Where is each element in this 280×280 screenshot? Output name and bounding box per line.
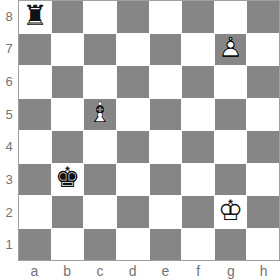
square-e6[interactable] xyxy=(150,66,182,98)
chess-diagram: 87654321 ♜♟♙♝♗♚♚♔ abcdefgh xyxy=(0,0,280,280)
black-rook-piece[interactable]: ♜ xyxy=(19,1,51,33)
square-f5[interactable] xyxy=(182,99,214,131)
square-f6[interactable] xyxy=(182,66,214,98)
square-g8[interactable] xyxy=(215,1,247,33)
square-h1[interactable] xyxy=(247,229,279,261)
rank-label-7: 7 xyxy=(0,33,18,66)
square-b2[interactable] xyxy=(52,196,84,228)
square-e7[interactable] xyxy=(150,34,182,66)
square-a2[interactable] xyxy=(19,196,51,228)
piece-solid-layer: ♜ xyxy=(19,1,51,33)
square-h5[interactable] xyxy=(247,99,279,131)
file-label-g: g xyxy=(215,261,248,280)
square-b5[interactable] xyxy=(52,99,84,131)
square-f3[interactable] xyxy=(182,164,214,196)
square-c7[interactable] xyxy=(84,34,116,66)
square-d3[interactable] xyxy=(117,164,149,196)
square-d7[interactable] xyxy=(117,34,149,66)
square-h3[interactable] xyxy=(247,164,279,196)
square-e3[interactable] xyxy=(150,164,182,196)
square-g3[interactable] xyxy=(215,164,247,196)
chess-board: ♜♟♙♝♗♚♚♔ xyxy=(18,0,280,261)
rank-label-5: 5 xyxy=(0,98,18,131)
rank-labels: 87654321 xyxy=(0,0,18,261)
square-a3[interactable] xyxy=(19,164,51,196)
square-b6[interactable] xyxy=(52,66,84,98)
square-b3[interactable]: ♚ xyxy=(52,164,84,196)
square-e5[interactable] xyxy=(150,99,182,131)
rank-label-4: 4 xyxy=(0,131,18,164)
white-pawn-piece[interactable]: ♟♙ xyxy=(215,34,247,66)
square-c3[interactable] xyxy=(84,164,116,196)
black-king-piece[interactable]: ♚ xyxy=(52,164,84,196)
white-bishop-piece[interactable]: ♝♗ xyxy=(84,99,116,131)
square-g6[interactable] xyxy=(215,66,247,98)
square-f4[interactable] xyxy=(182,131,214,163)
file-label-c: c xyxy=(84,261,117,280)
square-d6[interactable] xyxy=(117,66,149,98)
square-d1[interactable] xyxy=(117,229,149,261)
square-e1[interactable] xyxy=(150,229,182,261)
rank-label-6: 6 xyxy=(0,65,18,98)
square-c8[interactable] xyxy=(84,1,116,33)
square-g5[interactable] xyxy=(215,99,247,131)
square-f1[interactable] xyxy=(182,229,214,261)
square-g1[interactable] xyxy=(215,229,247,261)
file-label-e: e xyxy=(149,261,182,280)
square-f2[interactable] xyxy=(182,196,214,228)
square-c4[interactable] xyxy=(84,131,116,163)
rank-label-8: 8 xyxy=(0,0,18,33)
square-e4[interactable] xyxy=(150,131,182,163)
square-c2[interactable] xyxy=(84,196,116,228)
piece-solid-layer: ♚ xyxy=(52,164,84,196)
square-h8[interactable] xyxy=(247,1,279,33)
file-labels: abcdefgh xyxy=(18,261,280,280)
rank-label-1: 1 xyxy=(0,228,18,261)
square-a5[interactable] xyxy=(19,99,51,131)
square-d5[interactable] xyxy=(117,99,149,131)
square-e8[interactable] xyxy=(150,1,182,33)
file-label-h: h xyxy=(247,261,280,280)
square-g7[interactable]: ♟♙ xyxy=(215,34,247,66)
square-c6[interactable] xyxy=(84,66,116,98)
square-b7[interactable] xyxy=(52,34,84,66)
square-d4[interactable] xyxy=(117,131,149,163)
file-label-b: b xyxy=(51,261,84,280)
square-b8[interactable] xyxy=(52,1,84,33)
file-label-f: f xyxy=(182,261,215,280)
square-a8[interactable]: ♜ xyxy=(19,1,51,33)
file-label-a: a xyxy=(18,261,51,280)
square-d8[interactable] xyxy=(117,1,149,33)
square-f8[interactable] xyxy=(182,1,214,33)
square-c5[interactable]: ♝♗ xyxy=(84,99,116,131)
rank-label-3: 3 xyxy=(0,163,18,196)
piece-outline-layer: ♗ xyxy=(84,99,116,131)
square-b4[interactable] xyxy=(52,131,84,163)
square-d2[interactable] xyxy=(117,196,149,228)
square-e2[interactable] xyxy=(150,196,182,228)
piece-outline-layer: ♙ xyxy=(215,34,247,66)
square-c1[interactable] xyxy=(84,229,116,261)
square-a7[interactable] xyxy=(19,34,51,66)
square-a4[interactable] xyxy=(19,131,51,163)
piece-outline-layer: ♔ xyxy=(215,196,247,228)
rank-label-2: 2 xyxy=(0,196,18,229)
square-h2[interactable] xyxy=(247,196,279,228)
square-g4[interactable] xyxy=(215,131,247,163)
square-h6[interactable] xyxy=(247,66,279,98)
square-a6[interactable] xyxy=(19,66,51,98)
file-label-d: d xyxy=(116,261,149,280)
square-h7[interactable] xyxy=(247,34,279,66)
square-a1[interactable] xyxy=(19,229,51,261)
square-h4[interactable] xyxy=(247,131,279,163)
square-b1[interactable] xyxy=(52,229,84,261)
square-f7[interactable] xyxy=(182,34,214,66)
white-king-piece[interactable]: ♚♔ xyxy=(215,196,247,228)
square-g2[interactable]: ♚♔ xyxy=(215,196,247,228)
